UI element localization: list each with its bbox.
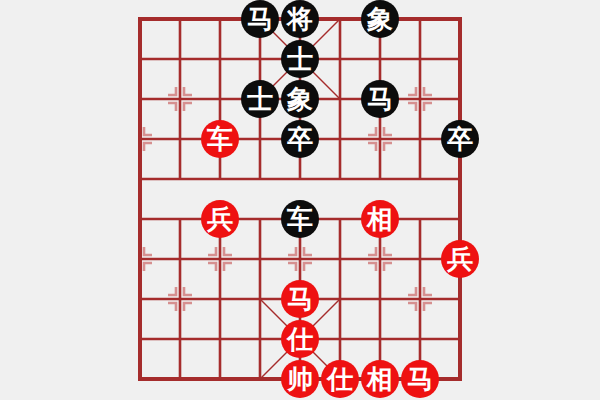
black-chariot[interactable]: 车 [281,200,319,238]
black-advisor[interactable]: 士 [241,80,279,118]
pieces-layer: 马将象士士象马卒卒车车兵相兵马仕帅仕相马 [120,0,480,399]
red-advisor[interactable]: 仕 [281,320,319,358]
red-horse[interactable]: 马 [281,280,319,318]
black-advisor[interactable]: 士 [281,40,319,78]
red-advisor[interactable]: 仕 [321,360,359,398]
black-elephant[interactable]: 象 [281,80,319,118]
black-horse[interactable]: 马 [241,0,279,38]
xiangqi-board: 马将象士士象马卒卒车车兵相兵马仕帅仕相马 [120,0,480,399]
red-soldier[interactable]: 兵 [201,200,239,238]
black-soldier[interactable]: 卒 [441,120,479,158]
black-horse[interactable]: 马 [361,80,399,118]
red-elephant[interactable]: 相 [361,200,399,238]
red-general[interactable]: 帅 [281,360,319,398]
red-soldier[interactable]: 兵 [441,240,479,278]
red-horse[interactable]: 马 [401,360,439,398]
black-soldier[interactable]: 卒 [281,120,319,158]
red-chariot[interactable]: 车 [201,120,239,158]
black-general[interactable]: 将 [281,0,319,38]
red-elephant[interactable]: 相 [361,360,399,398]
black-elephant[interactable]: 象 [361,0,399,38]
